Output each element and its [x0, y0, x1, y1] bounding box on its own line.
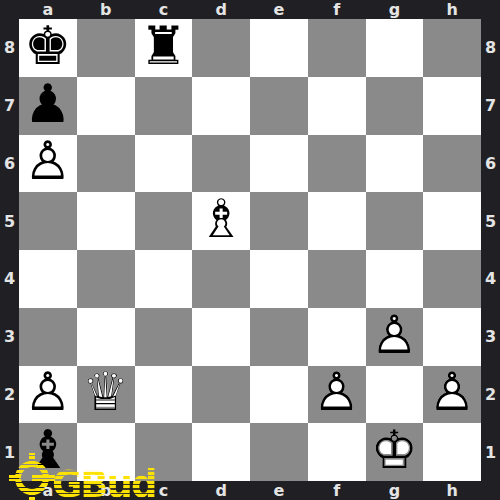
file-label-bottom-f: f — [308, 481, 366, 500]
file-label-bottom-c: c — [135, 481, 193, 500]
white-pawn-outline-glyph: ♙ — [19, 366, 77, 419]
square-c5[interactable] — [135, 192, 193, 250]
piece-white-pawn[interactable]: ♟♙ — [19, 366, 77, 424]
square-b7[interactable] — [77, 77, 135, 135]
square-e3[interactable] — [250, 308, 308, 366]
rank-label-left-6: 6 — [0, 135, 19, 193]
square-e8[interactable] — [250, 19, 308, 77]
square-e6[interactable] — [250, 135, 308, 193]
file-label-top-f: f — [308, 0, 366, 19]
rank-label-right-5: 5 — [481, 192, 500, 250]
piece-white-bishop[interactable]: ♝♗ — [192, 192, 250, 250]
square-c4[interactable] — [135, 250, 193, 308]
rank-labels-left: 87654321 — [0, 19, 19, 481]
square-d4[interactable] — [192, 250, 250, 308]
square-b4[interactable] — [77, 250, 135, 308]
white-king-outline-glyph: ♔ — [366, 424, 424, 477]
file-label-top-d: d — [192, 0, 250, 19]
square-a7[interactable]: ♟ — [19, 77, 77, 135]
square-d5[interactable]: ♝♗ — [192, 192, 250, 250]
chess-board: ♚♜♟♟♙♝♗♟♙♟♙♛♕♟♙♟♙♝♚♔ — [19, 19, 481, 481]
piece-white-queen[interactable]: ♛♕ — [77, 366, 135, 424]
square-f6[interactable] — [308, 135, 366, 193]
file-label-bottom-d: d — [192, 481, 250, 500]
rank-label-right-1: 1 — [481, 423, 500, 481]
square-e4[interactable] — [250, 250, 308, 308]
piece-white-pawn[interactable]: ♟♙ — [308, 366, 366, 424]
chess-diagram: abcdefgh abcdefgh 87654321 87654321 ♚♜♟♟… — [0, 0, 500, 500]
rank-label-left-8: 8 — [0, 19, 19, 77]
square-c2[interactable] — [135, 366, 193, 424]
square-g5[interactable] — [366, 192, 424, 250]
file-labels-bottom: abcdefgh — [19, 481, 481, 500]
square-f8[interactable] — [308, 19, 366, 77]
square-d6[interactable] — [192, 135, 250, 193]
square-e5[interactable] — [250, 192, 308, 250]
square-a2[interactable]: ♟♙ — [19, 366, 77, 424]
square-c6[interactable] — [135, 135, 193, 193]
piece-black-pawn[interactable]: ♟ — [19, 77, 77, 135]
file-label-top-b: b — [77, 0, 135, 19]
square-a8[interactable]: ♚ — [19, 19, 77, 77]
square-b5[interactable] — [77, 192, 135, 250]
rank-label-right-7: 7 — [481, 77, 500, 135]
square-g2[interactable] — [366, 366, 424, 424]
square-a5[interactable] — [19, 192, 77, 250]
white-bishop-outline-glyph: ♗ — [192, 193, 250, 246]
square-f4[interactable] — [308, 250, 366, 308]
square-d7[interactable] — [192, 77, 250, 135]
square-h7[interactable] — [423, 77, 481, 135]
piece-white-pawn[interactable]: ♟♙ — [366, 308, 424, 366]
square-h3[interactable] — [423, 308, 481, 366]
square-f2[interactable]: ♟♙ — [308, 366, 366, 424]
white-pawn-outline-glyph: ♙ — [19, 135, 77, 188]
square-a4[interactable] — [19, 250, 77, 308]
square-g8[interactable] — [366, 19, 424, 77]
piece-black-rook[interactable]: ♜ — [135, 19, 193, 77]
black-rook-glyph: ♜ — [135, 19, 193, 72]
file-label-top-g: g — [366, 0, 424, 19]
piece-white-pawn[interactable]: ♟♙ — [423, 366, 481, 424]
white-pawn-outline-glyph: ♙ — [423, 366, 481, 419]
square-a6[interactable]: ♟♙ — [19, 135, 77, 193]
square-h5[interactable] — [423, 192, 481, 250]
rank-label-right-4: 4 — [481, 250, 500, 308]
white-pawn-outline-glyph: ♙ — [366, 308, 424, 361]
square-b3[interactable] — [77, 308, 135, 366]
square-h1[interactable] — [423, 423, 481, 481]
square-g6[interactable] — [366, 135, 424, 193]
square-f7[interactable] — [308, 77, 366, 135]
rank-label-right-2: 2 — [481, 366, 500, 424]
rank-label-left-5: 5 — [0, 192, 19, 250]
square-d8[interactable] — [192, 19, 250, 77]
square-c7[interactable] — [135, 77, 193, 135]
black-pawn-glyph: ♟ — [19, 77, 77, 130]
rank-label-left-7: 7 — [0, 77, 19, 135]
piece-black-bishop[interactable]: ♝ — [19, 423, 77, 481]
file-label-bottom-g: g — [366, 481, 424, 500]
square-d3[interactable] — [192, 308, 250, 366]
file-labels-top: abcdefgh — [19, 0, 481, 19]
rank-label-right-6: 6 — [481, 135, 500, 193]
square-h8[interactable] — [423, 19, 481, 77]
square-f5[interactable] — [308, 192, 366, 250]
square-c3[interactable] — [135, 308, 193, 366]
rank-label-left-4: 4 — [0, 250, 19, 308]
rank-labels-right: 87654321 — [481, 19, 500, 481]
square-f1[interactable] — [308, 423, 366, 481]
file-label-top-e: e — [250, 0, 308, 19]
white-queen-outline-glyph: ♕ — [77, 366, 135, 419]
square-g1[interactable]: ♚♔ — [366, 423, 424, 481]
rank-label-left-1: 1 — [0, 423, 19, 481]
rank-label-right-3: 3 — [481, 308, 500, 366]
file-label-top-h: h — [423, 0, 481, 19]
square-g3[interactable]: ♟♙ — [366, 308, 424, 366]
square-b2[interactable]: ♛♕ — [77, 366, 135, 424]
square-a3[interactable] — [19, 308, 77, 366]
white-pawn-outline-glyph: ♙ — [308, 366, 366, 419]
square-d1[interactable] — [192, 423, 250, 481]
square-g7[interactable] — [366, 77, 424, 135]
square-h6[interactable] — [423, 135, 481, 193]
file-label-bottom-e: e — [250, 481, 308, 500]
square-c1[interactable] — [135, 423, 193, 481]
square-b1[interactable] — [77, 423, 135, 481]
square-h4[interactable] — [423, 250, 481, 308]
square-b8[interactable] — [77, 19, 135, 77]
black-king-glyph: ♚ — [19, 19, 77, 72]
piece-white-king[interactable]: ♚♔ — [366, 423, 424, 481]
square-e1[interactable] — [250, 423, 308, 481]
square-a1[interactable]: ♝ — [19, 423, 77, 481]
rank-label-left-2: 2 — [0, 366, 19, 424]
rank-label-right-8: 8 — [481, 19, 500, 77]
piece-white-pawn[interactable]: ♟♙ — [19, 135, 77, 193]
piece-black-king[interactable]: ♚ — [19, 19, 77, 77]
square-c8[interactable]: ♜ — [135, 19, 193, 77]
square-g4[interactable] — [366, 250, 424, 308]
square-e7[interactable] — [250, 77, 308, 135]
square-b6[interactable] — [77, 135, 135, 193]
square-e2[interactable] — [250, 366, 308, 424]
square-f3[interactable] — [308, 308, 366, 366]
file-label-bottom-h: h — [423, 481, 481, 500]
file-label-bottom-b: b — [77, 481, 135, 500]
square-d2[interactable] — [192, 366, 250, 424]
black-bishop-glyph: ♝ — [19, 424, 77, 477]
rank-label-left-3: 3 — [0, 308, 19, 366]
file-label-bottom-a: a — [19, 481, 77, 500]
square-h2[interactable]: ♟♙ — [423, 366, 481, 424]
